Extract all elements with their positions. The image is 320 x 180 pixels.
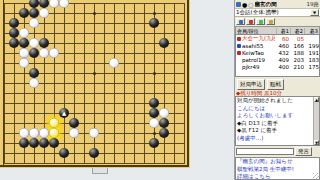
chat-input[interactable] xyxy=(236,148,294,155)
black-stone xyxy=(149,138,159,148)
black-stone xyxy=(39,138,49,148)
header-name-column: 会員/段位 xyxy=(236,28,277,34)
toolbar-icon xyxy=(239,20,243,24)
black-stone xyxy=(149,18,159,28)
observe-button[interactable]: 観戦 xyxy=(267,79,284,90)
white-stone xyxy=(19,48,29,58)
app-icon xyxy=(236,2,241,7)
board-resize-handle[interactable] xyxy=(92,168,108,174)
white-stone xyxy=(39,8,49,18)
toolbar-icon xyxy=(269,20,273,24)
request-game-button[interactable]: 対局申込 xyxy=(237,79,265,90)
notice-link[interactable]: 『幽玄の間』お知らせ xyxy=(236,158,319,166)
player-stat: 191 xyxy=(305,50,320,56)
black-stone xyxy=(29,68,39,78)
white-stone xyxy=(59,0,69,8)
panel-toolbar xyxy=(235,17,320,26)
go-board[interactable]: ▲ xyxy=(0,0,190,168)
white-stone xyxy=(39,48,49,58)
black-stone xyxy=(159,118,169,128)
toolbar-icon xyxy=(259,20,263,24)
player-row[interactable]: patrol19409203183 xyxy=(236,56,319,63)
action-button-row: 対局申込 観戦 xyxy=(235,79,320,90)
player-stat: 183 xyxy=(305,57,320,63)
black-stone-icon: ● xyxy=(242,0,247,9)
black-stone xyxy=(19,38,29,48)
black-stone xyxy=(89,148,99,158)
black-stone xyxy=(39,38,49,48)
white-stone xyxy=(159,108,169,118)
chat-message: 対局が開始されました xyxy=(236,97,319,105)
chat-message: よろしくお願いします xyxy=(236,112,319,120)
notice-link[interactable]: 棋聖戦第2局 生中継中! xyxy=(236,166,319,174)
panel-title-bar: ● ○ 幽玄の間 19路 xyxy=(235,0,320,9)
header-col-3: 碁3 xyxy=(305,28,319,34)
player-stat: 400 xyxy=(275,64,290,70)
chat-message: こんにちは xyxy=(236,105,319,113)
black-stone xyxy=(39,0,49,8)
player-stat: 203 xyxy=(290,57,305,63)
toolbar-icon xyxy=(249,20,253,24)
player-row[interactable]: pjkr49400210175 xyxy=(236,63,319,70)
player-name: 大会一九(九段) xyxy=(242,35,275,42)
white-stone xyxy=(29,18,39,28)
player-stat: 199 xyxy=(305,43,320,49)
chat-message: (考慮中…) xyxy=(236,135,319,143)
white-stone xyxy=(49,128,59,138)
player-stat: 409 xyxy=(275,57,290,63)
white-stone xyxy=(49,48,59,58)
black-stone xyxy=(19,8,29,18)
player-stat: 188 xyxy=(290,50,305,56)
notice-board[interactable]: 『幽玄の間』お知らせ棋聖戦第2局 生中継中!詳細はこちら xyxy=(235,157,320,180)
status-dot-icon xyxy=(237,37,241,41)
black-stone xyxy=(149,98,159,108)
toolbar-button-2[interactable] xyxy=(256,18,265,25)
player-row[interactable]: asahi55460166199 xyxy=(236,42,319,49)
chevron-down-icon: ▼ xyxy=(313,10,316,15)
black-stone xyxy=(9,28,19,38)
white-stone xyxy=(19,58,29,68)
white-stone-icon: ○ xyxy=(248,0,253,9)
toolbar-button-1[interactable] xyxy=(246,18,255,25)
chat-message: ◆黒 F12 に着手 xyxy=(236,127,319,135)
player-list[interactable]: 大会一九(九段)6005asahi55460166199KeiwTao43218… xyxy=(235,34,320,77)
white-stone xyxy=(29,38,39,48)
black-stone xyxy=(29,48,39,58)
player-table-header: 会員/段位 碁1 碁2 碁3 xyxy=(235,26,320,34)
white-stone xyxy=(29,78,39,88)
black-stone xyxy=(49,138,59,148)
white-stone xyxy=(149,118,159,128)
board-stone-grid[interactable]: ▲ xyxy=(0,0,189,168)
white-stone xyxy=(19,28,29,38)
white-stone xyxy=(89,128,99,138)
chat-input-row: 発言 xyxy=(235,147,320,156)
notice-link[interactable]: 詳細はこちら xyxy=(236,173,319,180)
panel-title: 幽玄の間 xyxy=(255,1,306,8)
toolbar-button-3[interactable] xyxy=(266,18,275,25)
player-stat: 175 xyxy=(305,64,320,70)
player-name: patrol19 xyxy=(242,57,275,63)
chat-channel-label: 1会話(全体:携帯) xyxy=(236,9,310,16)
triangle-marker-icon: ▲ xyxy=(59,108,69,119)
player-name: asahi55 xyxy=(242,43,275,49)
status-dot-icon xyxy=(237,44,241,48)
white-stone xyxy=(29,128,39,138)
player-stat: 60 xyxy=(275,36,290,42)
black-stone xyxy=(9,18,19,28)
white-stone xyxy=(49,0,59,8)
toolbar-button-0[interactable] xyxy=(236,18,245,25)
player-stat: 05 xyxy=(290,36,305,42)
white-stone xyxy=(19,128,29,138)
player-stat: 166 xyxy=(290,43,305,49)
white-stone xyxy=(69,128,79,138)
player-stat: 210 xyxy=(290,64,305,70)
chat-scrollbar[interactable]: ▲ ▼ xyxy=(313,97,319,145)
resize-grip[interactable] xyxy=(313,173,319,179)
player-row[interactable]: KeiwTao432188191 xyxy=(236,49,319,56)
header-col-1: 碁1 xyxy=(277,28,291,34)
chat-channel-row: 1会話(全体:携帯) ▼ xyxy=(235,9,320,17)
scroll-up-icon[interactable]: ▲ xyxy=(314,97,319,102)
board-size-label: 19路 xyxy=(307,1,320,8)
status-dot-icon xyxy=(237,65,241,69)
app-window: ▲ ● ○ 幽玄の間 19路 1会話(全体:携帯) ▼ 会員/段位 碁1 碁2 … xyxy=(0,0,320,180)
black-stone xyxy=(29,0,39,8)
player-name: pjkr49 xyxy=(242,64,275,70)
black-stone xyxy=(69,118,79,128)
chat-log[interactable]: ▲ ▼ 対局が開始されましたこんにちはよろしくお願いします◆白 D13 に着手◆… xyxy=(235,96,320,146)
scroll-down-icon[interactable]: ▼ xyxy=(314,140,319,145)
black-stone xyxy=(29,8,39,18)
status-dot-icon xyxy=(237,58,241,62)
white-stone xyxy=(109,58,119,68)
game-side-panel: ● ○ 幽玄の間 19路 1会話(全体:携帯) ▼ 会員/段位 碁1 碁2 碁3… xyxy=(234,0,320,180)
chat-message: ◆白 D13 に着手 xyxy=(236,120,319,128)
black-stone xyxy=(19,138,29,148)
white-stone xyxy=(39,128,49,138)
player-stat: 432 xyxy=(275,50,290,56)
black-stone: ▲ xyxy=(59,108,69,118)
black-stone xyxy=(149,108,159,118)
player-row[interactable]: 大会一九(九段)6005 xyxy=(236,35,319,42)
white-stone xyxy=(49,118,59,128)
black-stone xyxy=(159,128,169,138)
black-stone xyxy=(59,148,69,158)
black-stone xyxy=(9,38,19,48)
black-stone xyxy=(159,38,169,48)
black-stone xyxy=(29,138,39,148)
status-dot-icon xyxy=(237,51,241,55)
send-chat-button[interactable]: 発言 xyxy=(295,147,312,156)
player-name: KeiwTao xyxy=(242,50,275,56)
player-stat: 460 xyxy=(275,43,290,49)
header-col-2: 碁2 xyxy=(291,28,305,34)
channel-dropdown-button[interactable]: ▼ xyxy=(310,9,319,16)
